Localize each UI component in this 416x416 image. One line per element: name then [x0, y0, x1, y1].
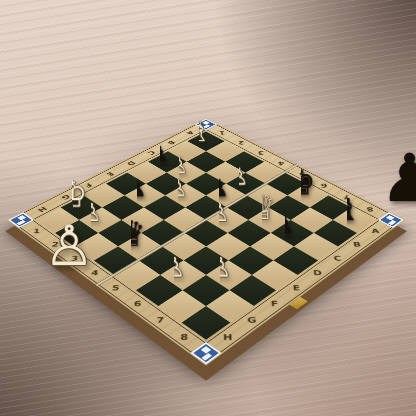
piece-glyph: ♕	[248, 191, 276, 225]
file-label-right-F: F	[267, 300, 282, 309]
piece-glyph: ♙	[209, 200, 230, 225]
rank-label-far-6: 6	[318, 182, 331, 189]
rank-label-near-1: 1	[29, 228, 43, 236]
piece-glyph: ♟	[209, 176, 229, 200]
piece-glyph: ♛	[117, 217, 146, 252]
piece-glyph: ♝	[334, 194, 359, 225]
piece-glyph: ♙	[168, 176, 188, 200]
file-label-left-D: D	[123, 159, 139, 168]
rank-label-far-1: 1	[217, 130, 228, 136]
file-label-right-B: B	[350, 241, 364, 249]
desk-surface: ♗♚♝♙♟♙♟♕♟♙♙♟♙♔♙♛♙ 1122334455667788AABBCC…	[0, 0, 416, 416]
rank-label-near-8: 8	[177, 333, 192, 343]
captured-white-pawn: ♙	[44, 218, 94, 274]
rank-label-near-7: 7	[153, 316, 168, 326]
rank-label-far-2: 2	[236, 140, 247, 146]
piece-glyph: ♙	[209, 254, 231, 281]
file-label-right-C: C	[330, 255, 345, 263]
rank-label-far-8: 8	[363, 205, 377, 212]
file-label-right-D: D	[310, 269, 325, 278]
rank-label-near-6: 6	[130, 300, 145, 309]
piece-glyph: ♟	[274, 213, 295, 238]
piece-glyph: ♟	[127, 176, 147, 200]
piece-glyph: ♙	[229, 165, 249, 189]
file-label-left-E: E	[102, 169, 118, 178]
file-label-right-G: G	[244, 316, 259, 326]
file-label-right-A: A	[368, 228, 382, 236]
rank-label-far-3: 3	[255, 150, 267, 156]
brand-logo-h1-corner	[8, 212, 34, 228]
rank-label-far-4: 4	[275, 160, 287, 166]
rank-label-far-5: 5	[296, 171, 308, 177]
piece-glyph: ♙	[163, 254, 185, 281]
rank-label-near-5: 5	[108, 284, 123, 293]
file-label-right-H: H	[221, 333, 236, 343]
square-c8	[294, 233, 338, 261]
file-label-right-E: E	[289, 284, 304, 293]
captured-black-pawn: ♟	[380, 146, 416, 212]
